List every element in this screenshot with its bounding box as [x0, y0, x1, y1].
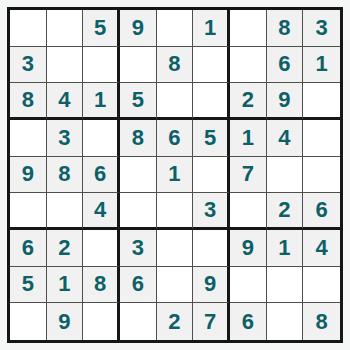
cell-r1c8[interactable]: 8	[267, 10, 304, 47]
cell-r4c4[interactable]: 8	[120, 120, 157, 157]
cell-r9c9[interactable]: 8	[303, 303, 340, 340]
cell-r8c7[interactable]	[230, 267, 267, 304]
page-background: 5918338618415293865149861743266239145186…	[0, 0, 350, 350]
cell-r4c2[interactable]: 3	[47, 120, 84, 157]
cell-r6c4[interactable]	[120, 193, 157, 230]
cell-r2c7[interactable]	[230, 47, 267, 84]
cell-r1c1[interactable]	[10, 10, 47, 47]
cell-r5c7[interactable]: 7	[230, 157, 267, 194]
cell-r5c4[interactable]	[120, 157, 157, 194]
cell-r5c6[interactable]	[193, 157, 230, 194]
cell-r7c4[interactable]: 3	[120, 230, 157, 267]
cell-r8c3[interactable]: 8	[83, 267, 120, 304]
cell-r7c6[interactable]	[193, 230, 230, 267]
cell-r2c2[interactable]	[47, 47, 84, 84]
cell-r6c7[interactable]	[230, 193, 267, 230]
cell-r5c8[interactable]	[267, 157, 304, 194]
cell-r6c3[interactable]: 4	[83, 193, 120, 230]
cell-r7c1[interactable]: 6	[10, 230, 47, 267]
cell-r9c3[interactable]	[83, 303, 120, 340]
cell-r4c3[interactable]	[83, 120, 120, 157]
cell-r3c6[interactable]	[193, 83, 230, 120]
cell-r1c2[interactable]	[47, 10, 84, 47]
cell-r5c9[interactable]	[303, 157, 340, 194]
cell-r6c9[interactable]: 6	[303, 193, 340, 230]
cell-r4c6[interactable]: 5	[193, 120, 230, 157]
cell-r4c8[interactable]: 4	[267, 120, 304, 157]
cell-r2c3[interactable]	[83, 47, 120, 84]
cell-r7c2[interactable]: 2	[47, 230, 84, 267]
cell-r9c7[interactable]: 6	[230, 303, 267, 340]
cell-r5c5[interactable]: 1	[157, 157, 194, 194]
cell-r6c6[interactable]: 3	[193, 193, 230, 230]
cell-r9c5[interactable]: 2	[157, 303, 194, 340]
cell-r3c3[interactable]: 1	[83, 83, 120, 120]
cell-r9c1[interactable]	[10, 303, 47, 340]
cell-r6c2[interactable]	[47, 193, 84, 230]
cell-r9c4[interactable]	[120, 303, 157, 340]
cell-r3c2[interactable]: 4	[47, 83, 84, 120]
cell-r4c7[interactable]: 1	[230, 120, 267, 157]
cell-r9c2[interactable]: 9	[47, 303, 84, 340]
cell-r2c1[interactable]: 3	[10, 47, 47, 84]
cell-r1c4[interactable]: 9	[120, 10, 157, 47]
cell-r1c3[interactable]: 5	[83, 10, 120, 47]
cell-r8c6[interactable]: 9	[193, 267, 230, 304]
cell-r2c6[interactable]	[193, 47, 230, 84]
cell-r8c9[interactable]	[303, 267, 340, 304]
cell-r5c3[interactable]: 6	[83, 157, 120, 194]
cell-r5c1[interactable]: 9	[10, 157, 47, 194]
cell-r3c1[interactable]: 8	[10, 83, 47, 120]
cell-r4c5[interactable]: 6	[157, 120, 194, 157]
cell-r1c6[interactable]: 1	[193, 10, 230, 47]
cell-r7c3[interactable]	[83, 230, 120, 267]
cell-r7c9[interactable]: 4	[303, 230, 340, 267]
cell-r7c8[interactable]: 1	[267, 230, 304, 267]
cell-r3c4[interactable]: 5	[120, 83, 157, 120]
cell-r3c5[interactable]	[157, 83, 194, 120]
cell-r3c9[interactable]	[303, 83, 340, 120]
cell-r2c9[interactable]: 1	[303, 47, 340, 84]
cell-r2c8[interactable]: 6	[267, 47, 304, 84]
cell-r8c8[interactable]	[267, 267, 304, 304]
cell-r9c6[interactable]: 7	[193, 303, 230, 340]
cell-r7c5[interactable]	[157, 230, 194, 267]
cell-r6c1[interactable]	[10, 193, 47, 230]
cell-r5c2[interactable]: 8	[47, 157, 84, 194]
cell-r3c8[interactable]: 9	[267, 83, 304, 120]
cell-r4c9[interactable]	[303, 120, 340, 157]
cell-r6c5[interactable]	[157, 193, 194, 230]
cell-r6c8[interactable]: 2	[267, 193, 304, 230]
cell-r2c4[interactable]	[120, 47, 157, 84]
cell-r4c1[interactable]	[10, 120, 47, 157]
cell-r1c9[interactable]: 3	[303, 10, 340, 47]
cell-r2c5[interactable]: 8	[157, 47, 194, 84]
cell-r1c5[interactable]	[157, 10, 194, 47]
cell-r8c5[interactable]	[157, 267, 194, 304]
cell-r1c7[interactable]	[230, 10, 267, 47]
cell-r8c1[interactable]: 5	[10, 267, 47, 304]
cell-r8c2[interactable]: 1	[47, 267, 84, 304]
cell-r8c4[interactable]: 6	[120, 267, 157, 304]
cell-r7c7[interactable]: 9	[230, 230, 267, 267]
cell-r3c7[interactable]: 2	[230, 83, 267, 120]
cell-r9c8[interactable]	[267, 303, 304, 340]
sudoku-board: 5918338618415293865149861743266239145186…	[7, 7, 343, 343]
